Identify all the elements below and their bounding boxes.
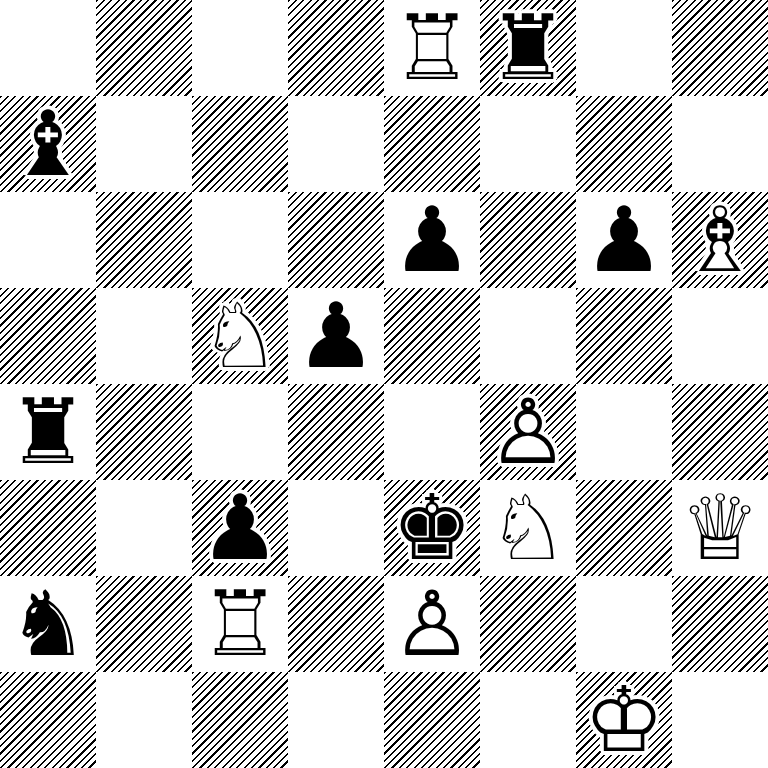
square-e8[interactable]: ♜♖ — [384, 0, 480, 96]
piece-white-rook: ♜♖ — [384, 0, 480, 96]
square-d2[interactable] — [288, 576, 384, 672]
square-g3[interactable] — [576, 480, 672, 576]
square-h6[interactable]: ♝♗ — [672, 192, 768, 288]
square-a6[interactable] — [0, 192, 96, 288]
square-b4[interactable] — [96, 384, 192, 480]
square-a4[interactable]: ♜♜ — [0, 384, 96, 480]
square-d7[interactable] — [288, 96, 384, 192]
square-f6[interactable] — [480, 192, 576, 288]
square-c6[interactable] — [192, 192, 288, 288]
white-rook-glyph: ♖ — [384, 0, 480, 96]
square-g5[interactable] — [576, 288, 672, 384]
square-a2[interactable]: ♞♞ — [0, 576, 96, 672]
black-pawn-glyph: ♟ — [288, 288, 384, 384]
square-h1[interactable] — [672, 672, 768, 768]
square-d8[interactable] — [288, 0, 384, 96]
square-c3[interactable]: ♟♟ — [192, 480, 288, 576]
black-pawn-glyph: ♟ — [192, 480, 288, 576]
white-knight-glyph: ♘ — [480, 480, 576, 576]
square-f1[interactable] — [480, 672, 576, 768]
square-h3[interactable]: ♛♕ — [672, 480, 768, 576]
piece-black-rook: ♜♜ — [0, 384, 96, 480]
square-d3[interactable] — [288, 480, 384, 576]
square-f3[interactable]: ♞♘ — [480, 480, 576, 576]
square-a5[interactable] — [0, 288, 96, 384]
square-e1[interactable] — [384, 672, 480, 768]
piece-black-pawn: ♟♟ — [288, 288, 384, 384]
square-b5[interactable] — [96, 288, 192, 384]
white-king-glyph: ♔ — [576, 672, 672, 768]
square-h2[interactable] — [672, 576, 768, 672]
piece-black-knight: ♞♞ — [0, 576, 96, 672]
white-bishop-glyph: ♗ — [672, 192, 768, 288]
square-h5[interactable] — [672, 288, 768, 384]
piece-black-king: ♚♚ — [384, 480, 480, 576]
white-pawn-glyph: ♙ — [384, 576, 480, 672]
square-d5[interactable]: ♟♟ — [288, 288, 384, 384]
square-c5[interactable]: ♞♘ — [192, 288, 288, 384]
piece-white-knight: ♞♘ — [192, 288, 288, 384]
square-b3[interactable] — [96, 480, 192, 576]
square-c2[interactable]: ♜♖ — [192, 576, 288, 672]
square-h7[interactable] — [672, 96, 768, 192]
piece-white-queen: ♛♕ — [672, 480, 768, 576]
black-rook-glyph: ♜ — [0, 384, 96, 480]
chess-board: ♜♖♜♜♝♝♟♟♟♟♝♗♞♘♟♟♜♜♟♙♟♟♚♚♞♘♛♕♞♞♜♖♟♙♚♔ — [0, 0, 768, 768]
piece-white-king: ♚♔ — [576, 672, 672, 768]
square-d1[interactable] — [288, 672, 384, 768]
black-pawn-glyph: ♟ — [384, 192, 480, 288]
square-c1[interactable] — [192, 672, 288, 768]
square-a7[interactable]: ♝♝ — [0, 96, 96, 192]
square-e6[interactable]: ♟♟ — [384, 192, 480, 288]
square-f5[interactable] — [480, 288, 576, 384]
square-g1[interactable]: ♚♔ — [576, 672, 672, 768]
square-b6[interactable] — [96, 192, 192, 288]
square-e2[interactable]: ♟♙ — [384, 576, 480, 672]
square-c8[interactable] — [192, 0, 288, 96]
piece-black-bishop: ♝♝ — [0, 96, 96, 192]
piece-white-pawn: ♟♙ — [480, 384, 576, 480]
square-c4[interactable] — [192, 384, 288, 480]
square-b2[interactable] — [96, 576, 192, 672]
square-b8[interactable] — [96, 0, 192, 96]
square-a3[interactable] — [0, 480, 96, 576]
square-e3[interactable]: ♚♚ — [384, 480, 480, 576]
square-g4[interactable] — [576, 384, 672, 480]
square-c7[interactable] — [192, 96, 288, 192]
piece-black-pawn: ♟♟ — [384, 192, 480, 288]
square-b7[interactable] — [96, 96, 192, 192]
black-rook-glyph: ♜ — [480, 0, 576, 96]
square-g8[interactable] — [576, 0, 672, 96]
white-rook-glyph: ♖ — [192, 576, 288, 672]
piece-white-pawn: ♟♙ — [384, 576, 480, 672]
black-pawn-glyph: ♟ — [576, 192, 672, 288]
square-e5[interactable] — [384, 288, 480, 384]
square-g2[interactable] — [576, 576, 672, 672]
piece-black-pawn: ♟♟ — [576, 192, 672, 288]
black-king-glyph: ♚ — [384, 480, 480, 576]
square-a1[interactable] — [0, 672, 96, 768]
square-h8[interactable] — [672, 0, 768, 96]
square-h4[interactable] — [672, 384, 768, 480]
square-g7[interactable] — [576, 96, 672, 192]
square-b1[interactable] — [96, 672, 192, 768]
square-f8[interactable]: ♜♜ — [480, 0, 576, 96]
square-g6[interactable]: ♟♟ — [576, 192, 672, 288]
square-f4[interactable]: ♟♙ — [480, 384, 576, 480]
white-knight-glyph: ♘ — [192, 288, 288, 384]
black-bishop-glyph: ♝ — [0, 96, 96, 192]
square-f7[interactable] — [480, 96, 576, 192]
square-d4[interactable] — [288, 384, 384, 480]
piece-white-bishop: ♝♗ — [672, 192, 768, 288]
chess-diagram: ♜♖♜♜♝♝♟♟♟♟♝♗♞♘♟♟♜♜♟♙♟♟♚♚♞♘♛♕♞♞♜♖♟♙♚♔ — [0, 0, 768, 768]
piece-black-pawn: ♟♟ — [192, 480, 288, 576]
piece-white-knight: ♞♘ — [480, 480, 576, 576]
piece-black-rook: ♜♜ — [480, 0, 576, 96]
white-queen-glyph: ♕ — [672, 480, 768, 576]
square-d6[interactable] — [288, 192, 384, 288]
square-a8[interactable] — [0, 0, 96, 96]
square-f2[interactable] — [480, 576, 576, 672]
black-knight-glyph: ♞ — [0, 576, 96, 672]
square-e4[interactable] — [384, 384, 480, 480]
white-pawn-glyph: ♙ — [480, 384, 576, 480]
square-e7[interactable] — [384, 96, 480, 192]
piece-white-rook: ♜♖ — [192, 576, 288, 672]
